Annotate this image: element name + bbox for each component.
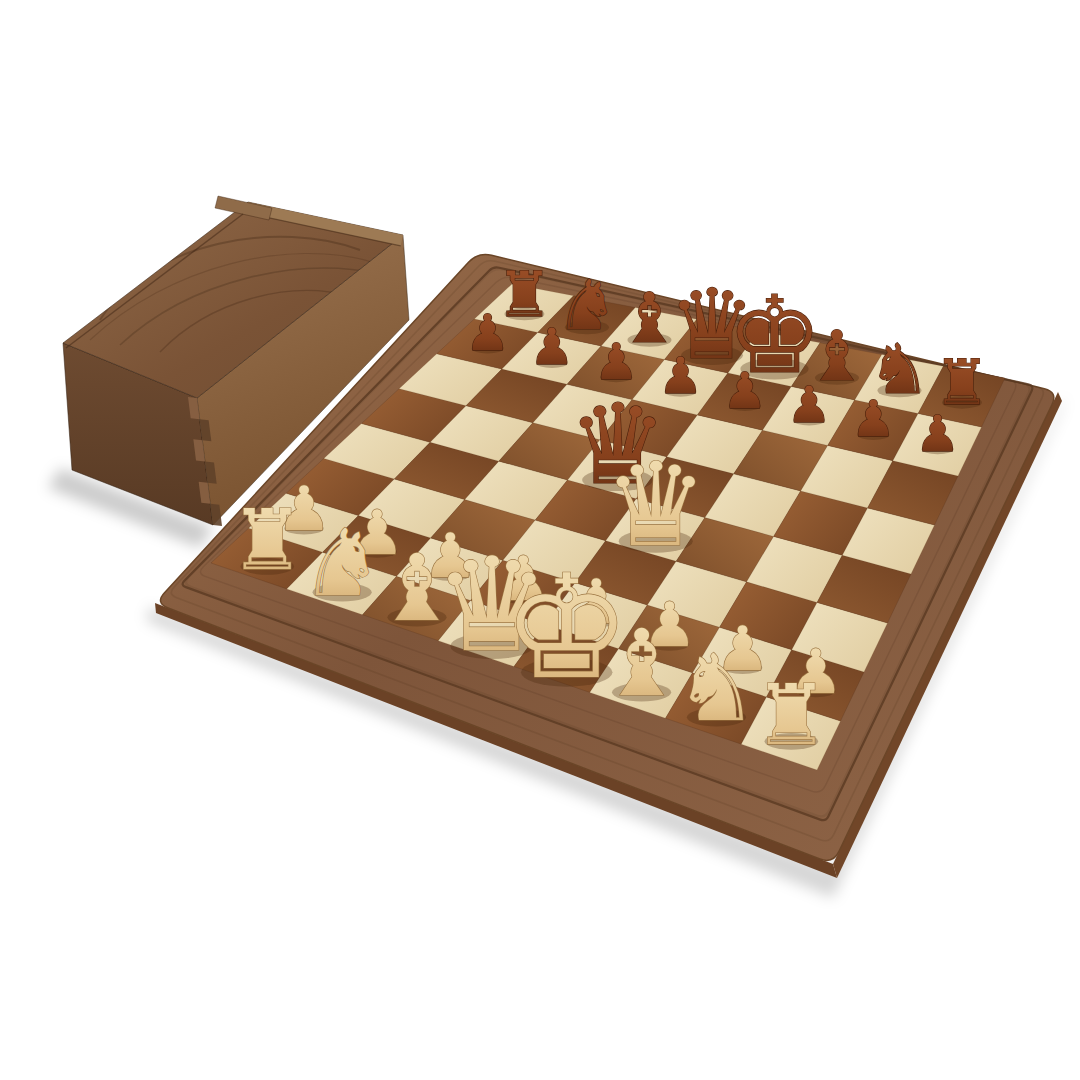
piece-white-knight-g1[interactable]: ♞ [675, 634, 758, 742]
piece-black-pawn-h7[interactable]: ♟ [915, 405, 960, 463]
piece-white-knight-b1[interactable]: ♞ [301, 509, 384, 617]
piece-white-bishop-f1[interactable]: ♝ [600, 609, 683, 717]
piece-black-pawn-g7[interactable]: ♟ [851, 390, 896, 448]
piece-white-rook-a1[interactable]: ♜ [230, 491, 305, 589]
chess-set-product-photo: ♜♞♝♟♛♟♚♝♟♞♟♜♟♟♟♟♛♟♛♟♜♟♞♟♝♟♛♟♚♟♝♟♞♜ [0, 0, 1080, 1080]
piece-black-pawn-f7[interactable]: ♟ [787, 376, 832, 434]
piece-black-pawn-a7[interactable]: ♟ [465, 304, 510, 362]
scene-svg: ♜♞♝♟♛♟♚♝♟♞♟♜♟♟♟♟♛♟♛♟♜♟♞♟♝♟♛♟♚♟♝♟♞♜ [0, 0, 1080, 1080]
piece-black-pawn-b7[interactable]: ♟ [530, 318, 575, 376]
piece-white-rook-h1[interactable]: ♜ [754, 666, 829, 764]
piece-black-pawn-e7[interactable]: ♟ [722, 362, 767, 420]
